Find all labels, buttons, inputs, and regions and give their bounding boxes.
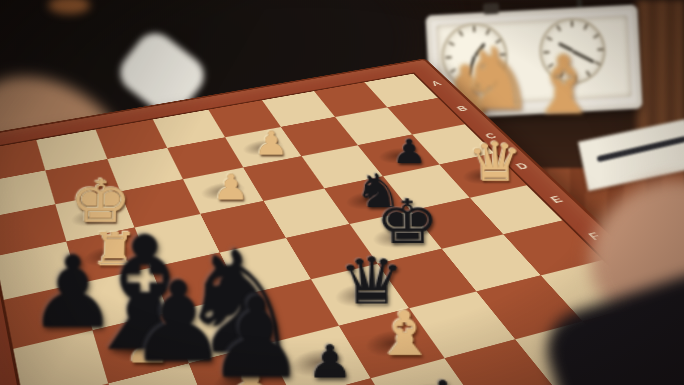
black-p-g4: ♟ [307, 339, 354, 385]
chess-game-photo: ♟♞♝ ♟♚♟♟♜♞♛♚♟♛♟♟♝♟♟ 12345678ABCDEFGH ♟♝♟… [0, 0, 684, 385]
captured-white-b: ♝ [528, 46, 600, 126]
black-p-h5: ♟ [418, 374, 468, 385]
clock-button [483, 3, 500, 15]
white-p-b5: ♟ [254, 127, 289, 160]
clock-lever [576, 0, 582, 8]
white-p-c4: ♟ [212, 169, 249, 204]
captured-black-p: ♟ [206, 282, 306, 385]
white-b-g5: ♝ [373, 303, 437, 364]
